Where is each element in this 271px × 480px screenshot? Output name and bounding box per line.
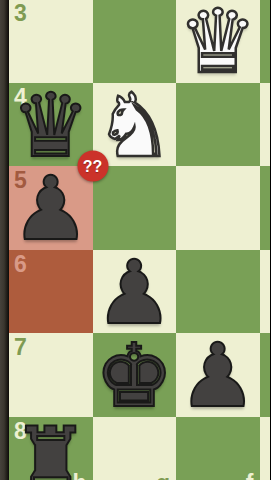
square-f5[interactable] xyxy=(176,166,260,250)
rank-label-3: 3 xyxy=(14,2,27,25)
piece-black-pawn[interactable]: ♟ xyxy=(93,250,177,334)
square-f8[interactable]: f xyxy=(176,417,260,480)
phone-screen: 3♛4♛♞5♟6♟7♚♟8♜hgf ?? xyxy=(0,0,270,480)
piece-black-pawn[interactable]: ♟ xyxy=(176,333,260,417)
square-h8[interactable]: 8♜h xyxy=(9,417,93,480)
square-h3[interactable]: 3 xyxy=(9,0,93,83)
square-h4[interactable]: 4♛ xyxy=(9,83,93,167)
file-label-f: f xyxy=(246,472,254,480)
square-f3[interactable]: ♛ xyxy=(176,0,260,83)
square-e8[interactable] xyxy=(260,417,271,480)
square-e4[interactable] xyxy=(260,83,271,167)
square-f6[interactable] xyxy=(176,250,260,334)
piece-white-knight[interactable]: ♞ xyxy=(93,83,177,167)
piece-black-pawn[interactable]: ♟ xyxy=(9,166,93,250)
square-g7[interactable]: ♚ xyxy=(93,333,177,417)
square-g5[interactable] xyxy=(93,166,177,250)
file-label-g: g xyxy=(156,472,170,480)
rank-label-7: 7 xyxy=(14,336,27,359)
square-h7[interactable]: 7 xyxy=(9,333,93,417)
square-g4[interactable]: ♞ xyxy=(93,83,177,167)
square-g3[interactable] xyxy=(93,0,177,83)
square-g6[interactable]: ♟ xyxy=(93,250,177,334)
square-g8[interactable]: g xyxy=(93,417,177,480)
square-e3[interactable] xyxy=(260,0,271,83)
square-h6[interactable]: 6 xyxy=(9,250,93,334)
blunder-badge-text: ?? xyxy=(83,158,103,174)
chess-board: 3♛4♛♞5♟6♟7♚♟8♜hgf ?? xyxy=(9,0,270,480)
square-e6[interactable] xyxy=(260,250,271,334)
square-e7[interactable] xyxy=(260,333,271,417)
rank-label-6: 6 xyxy=(14,253,27,276)
left-bezel xyxy=(0,0,9,480)
piece-black-queen[interactable]: ♛ xyxy=(9,83,93,167)
square-e5[interactable] xyxy=(260,166,271,250)
piece-black-king[interactable]: ♚ xyxy=(93,333,177,417)
blunder-badge: ?? xyxy=(77,151,108,182)
piece-white-queen[interactable]: ♛ xyxy=(176,0,260,83)
square-h5[interactable]: 5♟ xyxy=(9,166,93,250)
file-label-h: h xyxy=(72,472,86,480)
square-f4[interactable] xyxy=(176,83,260,167)
square-f7[interactable]: ♟ xyxy=(176,333,260,417)
